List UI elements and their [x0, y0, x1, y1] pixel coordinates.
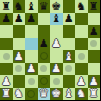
square-d1[interactable]: ♛ [38, 88, 51, 101]
square-d6[interactable] [38, 25, 51, 38]
white-pawn-piece[interactable]: ♟ [89, 76, 99, 87]
square-b8[interactable]: ♞ [13, 0, 26, 13]
white-pawn-piece[interactable]: ♟ [76, 76, 86, 87]
square-e1[interactable]: ♚ [50, 88, 63, 101]
square-e6[interactable] [50, 25, 63, 38]
square-h1[interactable]: ♜ [88, 88, 101, 101]
square-e7[interactable]: ♝ [50, 13, 63, 26]
square-f6[interactable] [63, 25, 76, 38]
square-f7[interactable]: ♟ [63, 13, 76, 26]
black-pawn-piece[interactable]: ♟ [39, 38, 49, 49]
black-pawn-piece[interactable]: ♟ [89, 26, 99, 37]
black-king-piece[interactable]: ♚ [51, 1, 61, 12]
square-b5[interactable] [13, 38, 26, 51]
square-f8[interactable] [63, 0, 76, 13]
square-g5[interactable] [75, 38, 88, 51]
square-a6[interactable] [0, 25, 13, 38]
square-a1[interactable]: ♜ [0, 88, 13, 101]
black-knight-piece[interactable]: ♞ [14, 1, 24, 12]
black-pawn-piece[interactable]: ♟ [26, 13, 36, 24]
legal-move-hint-e2[interactable] [53, 78, 60, 85]
square-f4[interactable]: ♝ [63, 50, 76, 63]
square-e5[interactable]: ♟ [50, 38, 63, 51]
square-c5[interactable] [25, 38, 38, 51]
square-h6[interactable]: ♟ [88, 25, 101, 38]
white-knight-piece[interactable]: ♞ [14, 88, 24, 99]
square-h7[interactable] [88, 13, 101, 26]
square-g1[interactable]: ♞ [75, 88, 88, 101]
legal-move-hint-c2[interactable] [28, 78, 35, 85]
square-c4[interactable] [25, 50, 38, 63]
square-h8[interactable]: ♜ [88, 0, 101, 13]
square-g8[interactable]: ♞ [75, 0, 88, 13]
square-d7[interactable] [38, 13, 51, 26]
legal-move-hint-d4[interactable] [40, 52, 48, 60]
square-b7[interactable]: ♟ [13, 13, 26, 26]
square-a8[interactable]: ♜ [0, 0, 13, 13]
white-pawn-piece[interactable]: ♟ [51, 38, 61, 49]
square-a3[interactable] [0, 63, 13, 76]
legal-move-hint-c1[interactable] [27, 90, 35, 98]
square-e2[interactable] [50, 75, 63, 88]
square-d5[interactable]: ♟ [38, 38, 51, 51]
square-c8[interactable]: ♝ [25, 0, 38, 13]
square-a7[interactable]: ♟ [0, 13, 13, 26]
white-bishop-piece[interactable]: ♝ [64, 51, 74, 62]
chess-board: ♜♞♝♛♚♞♜♟♟♟♝♟♟♟♟♟♝♟♟♟♟♟♜♞♛♚♝♞♜ [0, 0, 100, 100]
white-rook-piece[interactable]: ♜ [1, 88, 11, 99]
black-knight-piece[interactable]: ♞ [76, 1, 86, 12]
square-f1[interactable]: ♝ [63, 88, 76, 101]
square-h3[interactable] [88, 63, 101, 76]
square-b1[interactable]: ♞ [13, 88, 26, 101]
black-rook-piece[interactable]: ♜ [89, 1, 99, 12]
white-pawn-piece[interactable]: ♟ [1, 76, 11, 87]
square-g7[interactable] [75, 13, 88, 26]
square-a5[interactable] [0, 38, 13, 51]
square-g2[interactable]: ♟ [75, 75, 88, 88]
square-f5[interactable] [63, 38, 76, 51]
square-g6[interactable] [75, 25, 88, 38]
square-b6[interactable] [13, 25, 26, 38]
square-f2[interactable] [63, 75, 76, 88]
white-pawn-piece[interactable]: ♟ [26, 63, 36, 74]
black-bishop-piece[interactable]: ♝ [51, 13, 61, 24]
square-e3[interactable]: ♟ [50, 63, 63, 76]
legal-move-hint-a4[interactable] [3, 53, 10, 60]
square-a2[interactable]: ♟ [0, 75, 13, 88]
square-h4[interactable] [88, 50, 101, 63]
legal-move-hint-d2[interactable] [40, 77, 48, 85]
square-b2[interactable] [13, 75, 26, 88]
white-pawn-piece[interactable]: ♟ [51, 63, 61, 74]
black-pawn-piece[interactable]: ♟ [64, 13, 74, 24]
black-bishop-piece[interactable]: ♝ [26, 1, 36, 12]
legal-move-hint-f3[interactable] [65, 65, 72, 72]
legal-move-hint-d3[interactable] [40, 65, 47, 72]
black-pawn-piece[interactable]: ♟ [1, 13, 11, 24]
square-c7[interactable]: ♟ [25, 13, 38, 26]
square-a4[interactable] [0, 50, 13, 63]
square-g3[interactable] [75, 63, 88, 76]
square-g4[interactable] [75, 50, 88, 63]
black-pawn-piece[interactable]: ♟ [14, 13, 24, 24]
white-pawn-piece[interactable]: ♟ [14, 51, 24, 62]
square-e8[interactable]: ♚ [50, 0, 63, 13]
square-d3[interactable] [38, 63, 51, 76]
white-bishop-piece[interactable]: ♝ [64, 88, 74, 99]
square-b4[interactable]: ♟ [13, 50, 26, 63]
white-rook-piece[interactable]: ♜ [89, 88, 99, 99]
legal-move-hint-h5[interactable] [90, 40, 97, 47]
square-d8[interactable]: ♛ [38, 0, 51, 13]
square-e4[interactable] [50, 50, 63, 63]
black-queen-piece[interactable]: ♛ [39, 1, 49, 12]
square-c1[interactable] [25, 88, 38, 101]
legal-move-hint-b3[interactable] [15, 65, 22, 72]
white-knight-piece[interactable]: ♞ [76, 88, 86, 99]
black-rook-piece[interactable]: ♜ [1, 1, 11, 12]
square-b3[interactable] [13, 63, 26, 76]
white-king-piece[interactable]: ♚ [51, 88, 61, 99]
square-c6[interactable] [25, 25, 38, 38]
white-queen-piece[interactable]: ♛ [39, 88, 49, 99]
legal-move-hint-g4[interactable] [78, 53, 85, 60]
square-h2[interactable]: ♟ [88, 75, 101, 88]
square-f3[interactable] [63, 63, 76, 76]
square-h5[interactable] [88, 38, 101, 51]
square-d4[interactable] [38, 50, 51, 63]
square-c3[interactable]: ♟ [25, 63, 38, 76]
square-c2[interactable] [25, 75, 38, 88]
square-d2[interactable] [38, 75, 51, 88]
